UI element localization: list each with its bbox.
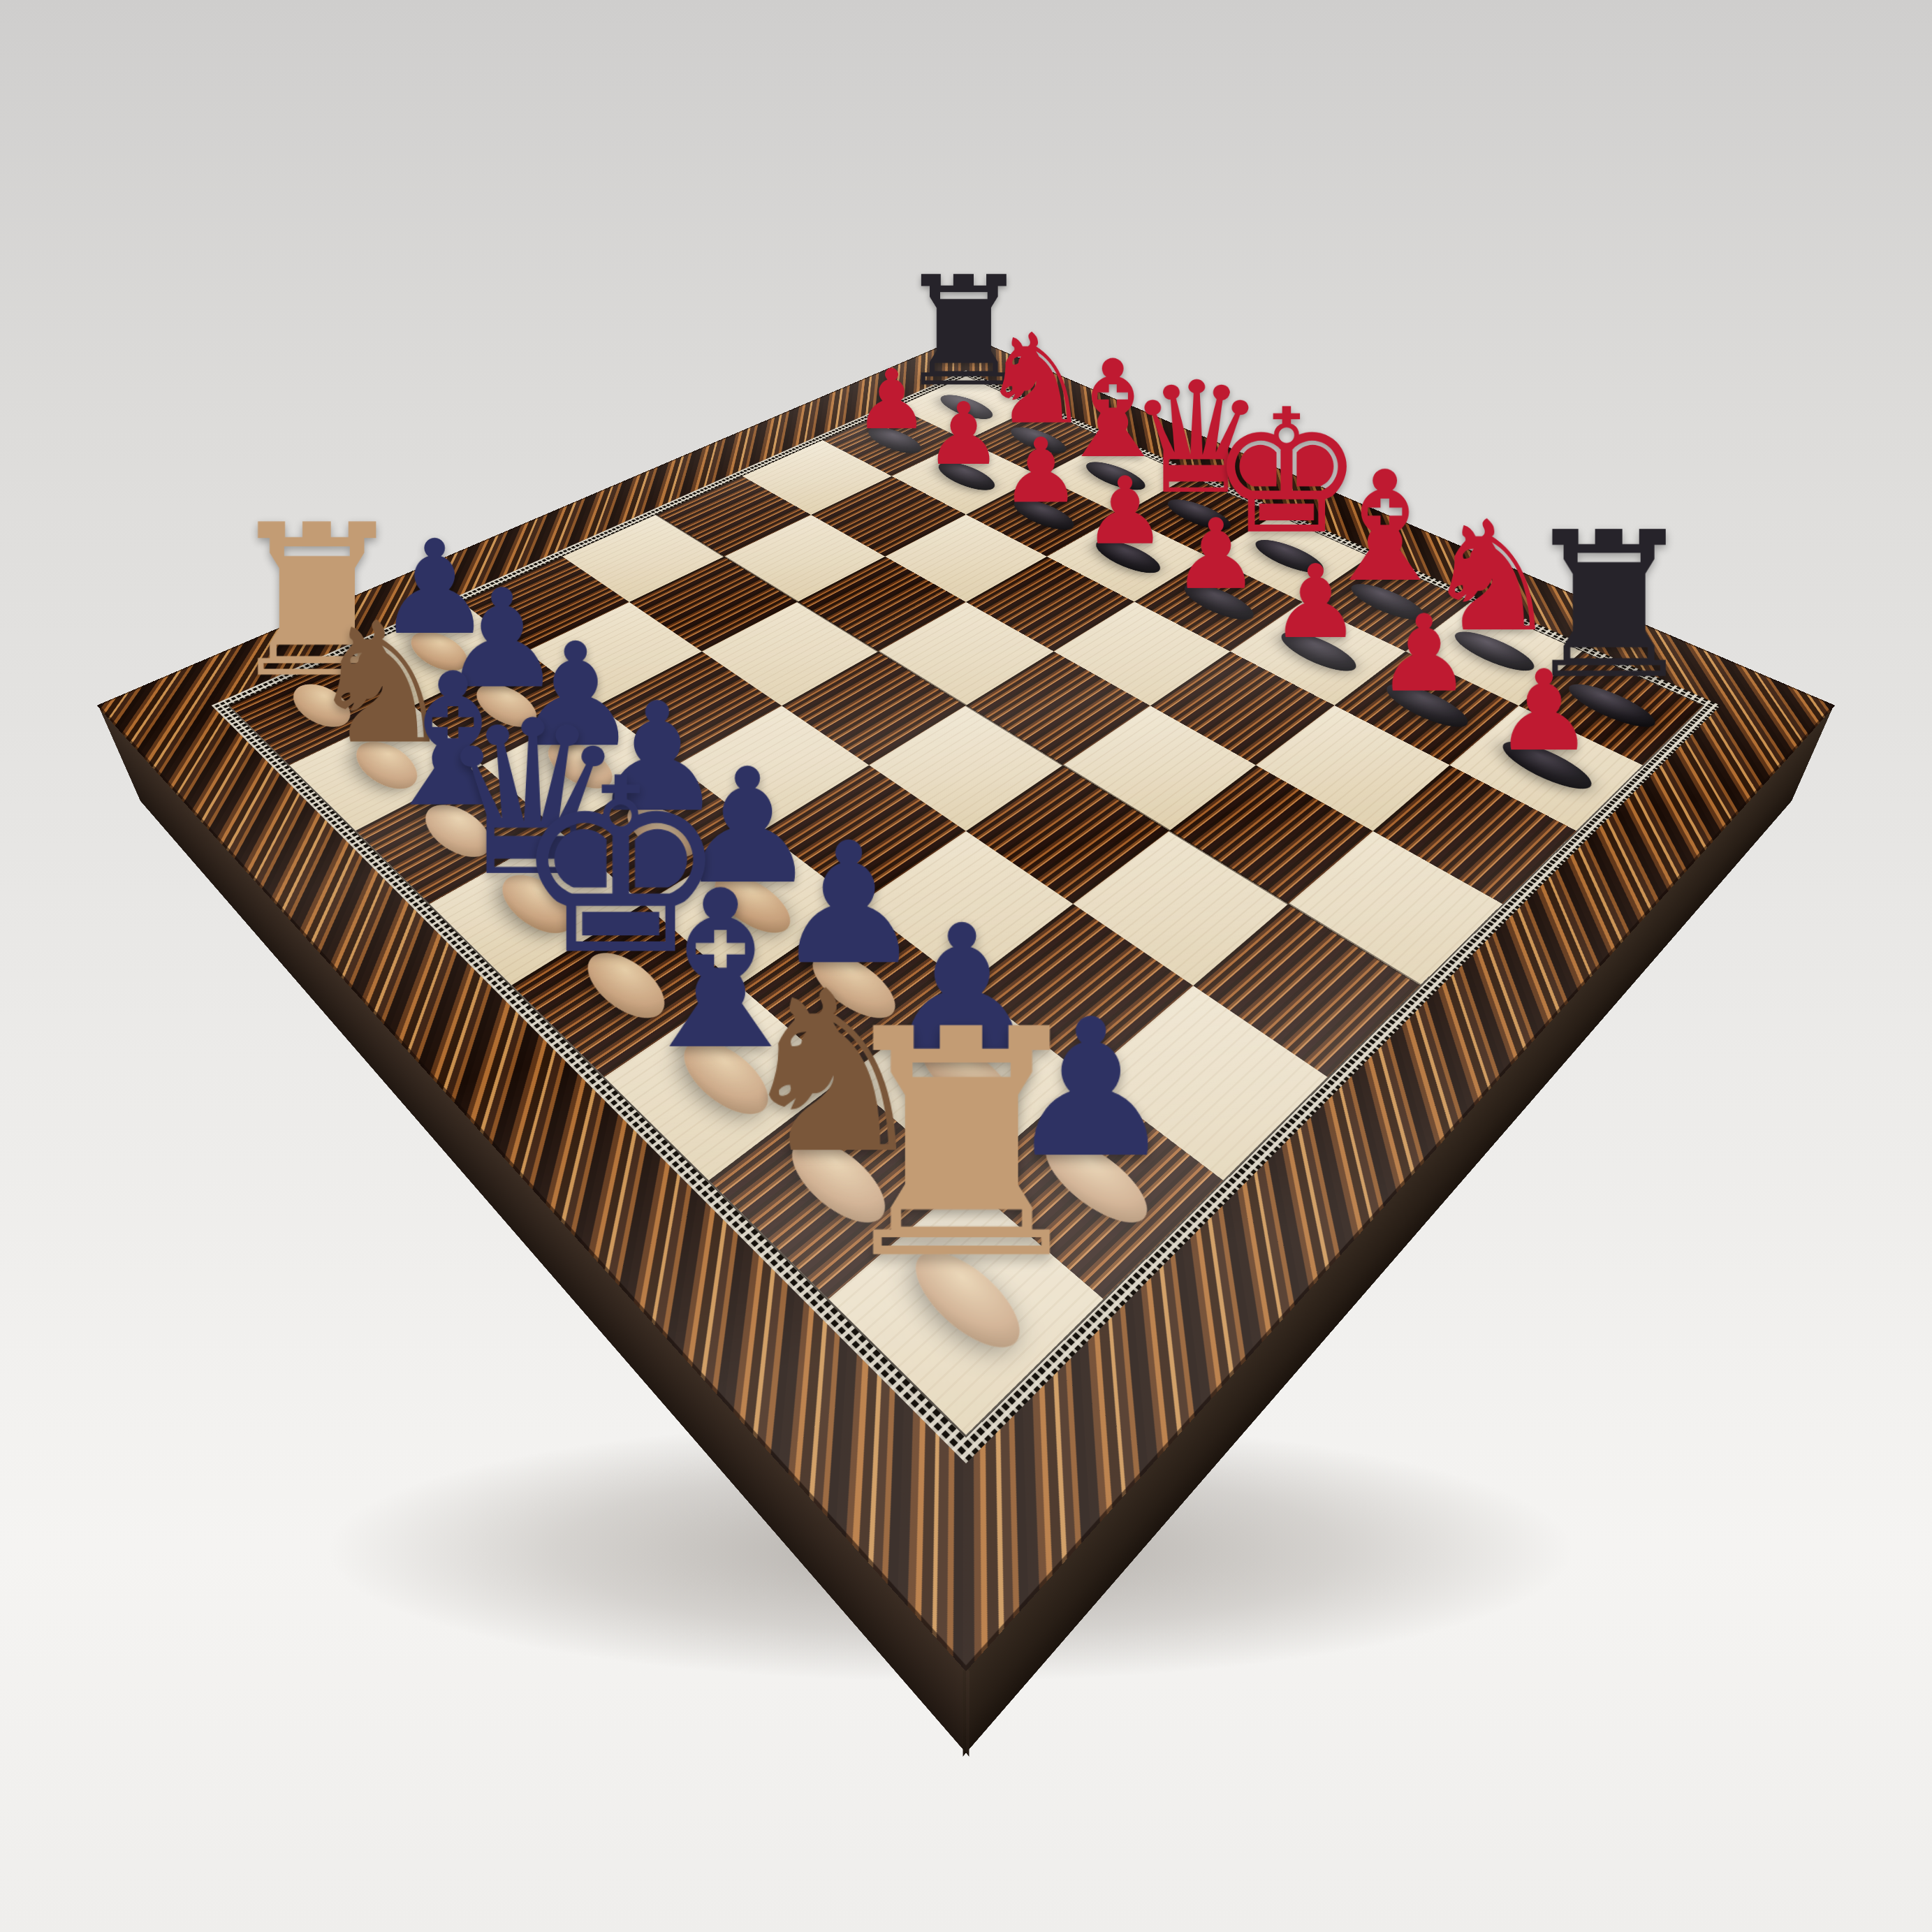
piece-glyph: ♟: [1419, 655, 1669, 767]
scene: ♜♞♝♛♚♝♞♜♟♟♟♟♟♟♟♟♟♟♟♟♟♟♟♟♜♞♝♛♚♝♞♜: [0, 0, 1932, 1932]
board-grid: ♜♞♝♛♚♝♞♜♟♟♟♟♟♟♟♟♟♟♟♟♟♟♟♟♜♞♝♛♚♝♞♜: [229, 376, 1703, 1434]
piece-glyph: ♜: [784, 988, 1139, 1302]
square-h1[interactable]: ♜: [828, 1180, 1104, 1434]
photo-backdrop: ♜♞♝♛♚♝♞♜♟♟♟♟♟♟♟♟♟♟♟♟♟♟♟♟♜♞♝♛♚♝♞♜: [0, 0, 1932, 1932]
chess-board-3d: ♜♞♝♛♚♝♞♜♟♟♟♟♟♟♟♟♟♟♟♟♟♟♟♟♜♞♝♛♚♝♞♜: [96, 335, 1835, 1671]
